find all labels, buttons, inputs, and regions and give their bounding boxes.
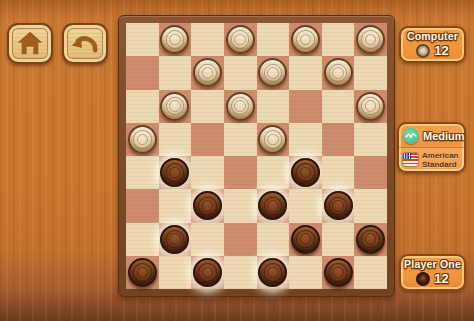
board-dark-square[interactable] xyxy=(126,256,159,289)
board-light-square xyxy=(159,189,192,222)
player-piece-count: 12 xyxy=(434,271,448,286)
checker-piece-light xyxy=(226,92,255,121)
game-settings-panel: Medium American Standard xyxy=(397,122,466,173)
board-dark-square[interactable] xyxy=(322,256,355,289)
board-light-square xyxy=(224,256,257,289)
computer-piece-count: 12 xyxy=(434,43,448,58)
board-light-square xyxy=(224,56,257,89)
checker-piece-dark[interactable] xyxy=(160,158,189,187)
green-pulse-icon xyxy=(403,128,419,144)
board-dark-square[interactable] xyxy=(354,23,387,56)
board-light-square xyxy=(322,23,355,56)
checker-piece-dark[interactable] xyxy=(193,258,222,287)
board-dark-square[interactable] xyxy=(191,56,224,89)
checker-piece-dark[interactable] xyxy=(160,225,189,254)
checker-piece-dark[interactable] xyxy=(291,158,320,187)
board-light-square xyxy=(289,189,322,222)
difficulty-setting[interactable]: Medium xyxy=(399,124,464,147)
board-dark-square[interactable] xyxy=(289,23,322,56)
board-dark-square[interactable] xyxy=(126,56,159,89)
ruleset-label: American Standard xyxy=(422,151,458,169)
checker-piece-dark[interactable] xyxy=(356,225,385,254)
board-light-square xyxy=(224,189,257,222)
board-light-square xyxy=(191,23,224,56)
board-dark-square[interactable] xyxy=(257,56,290,89)
checker-piece-dark[interactable] xyxy=(258,258,287,287)
checker-piece-light xyxy=(324,58,353,87)
checker-piece-light xyxy=(258,125,287,154)
board-dark-square[interactable] xyxy=(289,223,322,256)
checker-piece-dark[interactable] xyxy=(324,258,353,287)
player-name-label: Player One xyxy=(401,258,464,270)
board-dark-square[interactable] xyxy=(159,156,192,189)
checker-piece-light xyxy=(160,25,189,54)
checker-piece-dark[interactable] xyxy=(193,191,222,220)
board-light-square xyxy=(257,223,290,256)
board-light-square xyxy=(322,90,355,123)
board-dark-square[interactable] xyxy=(354,156,387,189)
board-light-square xyxy=(354,56,387,89)
player-score-panel: Player One 12 xyxy=(399,254,466,291)
board-dark-square[interactable] xyxy=(191,123,224,156)
checker-piece-light xyxy=(193,58,222,87)
board-light-square xyxy=(354,189,387,222)
board-dark-square[interactable] xyxy=(224,90,257,123)
checkers-board xyxy=(118,15,395,297)
board-light-square xyxy=(257,156,290,189)
board-light-square xyxy=(159,256,192,289)
board-light-square xyxy=(257,90,290,123)
checker-piece-light xyxy=(258,58,287,87)
board-light-square xyxy=(191,223,224,256)
checker-piece-dark[interactable] xyxy=(128,258,157,287)
ruleset-line1: American xyxy=(422,151,458,160)
board-light-square xyxy=(126,90,159,123)
board-light-square xyxy=(322,156,355,189)
board-dark-square[interactable] xyxy=(257,189,290,222)
home-button[interactable] xyxy=(7,23,53,64)
checker-piece-dark[interactable] xyxy=(324,191,353,220)
checker-piece-light xyxy=(128,125,157,154)
board-dark-square[interactable] xyxy=(289,156,322,189)
board-dark-square[interactable] xyxy=(322,56,355,89)
board-dark-square[interactable] xyxy=(191,256,224,289)
board-dark-square[interactable] xyxy=(322,189,355,222)
undo-button[interactable] xyxy=(62,23,108,64)
computer-score-panel: Computer 12 xyxy=(399,26,466,63)
board-light-square xyxy=(159,123,192,156)
board-dark-square[interactable] xyxy=(322,123,355,156)
checker-piece-light xyxy=(356,25,385,54)
dark-checker-icon xyxy=(416,272,430,286)
board-light-square xyxy=(159,56,192,89)
board-dark-square[interactable] xyxy=(224,23,257,56)
undo-arrow-icon xyxy=(69,30,101,58)
board-dark-square[interactable] xyxy=(159,223,192,256)
board-dark-square[interactable] xyxy=(257,256,290,289)
ruleset-line2: Standard xyxy=(422,160,457,169)
board-dark-square[interactable] xyxy=(224,156,257,189)
board-light-square xyxy=(257,23,290,56)
checker-piece-dark[interactable] xyxy=(291,225,320,254)
board-light-square xyxy=(289,256,322,289)
checker-piece-light xyxy=(291,25,320,54)
ruleset-setting[interactable]: American Standard xyxy=(399,147,464,171)
computer-name-label: Computer xyxy=(401,30,464,42)
board-dark-square[interactable] xyxy=(159,90,192,123)
board-light-square xyxy=(224,123,257,156)
us-flag-icon xyxy=(403,153,418,166)
board-grid xyxy=(126,23,387,289)
board-dark-square[interactable] xyxy=(289,90,322,123)
board-light-square xyxy=(191,90,224,123)
board-light-square xyxy=(289,56,322,89)
board-light-square xyxy=(126,156,159,189)
board-light-square xyxy=(126,223,159,256)
board-dark-square[interactable] xyxy=(354,90,387,123)
difficulty-label: Medium xyxy=(423,130,465,142)
board-dark-square[interactable] xyxy=(191,189,224,222)
checker-piece-light xyxy=(226,25,255,54)
board-light-square xyxy=(191,156,224,189)
home-icon xyxy=(15,30,45,57)
board-light-square xyxy=(354,123,387,156)
board-light-square xyxy=(354,256,387,289)
light-checker-icon xyxy=(416,44,430,58)
board-dark-square[interactable] xyxy=(257,123,290,156)
board-dark-square[interactable] xyxy=(159,23,192,56)
checker-piece-light xyxy=(356,92,385,121)
board-light-square xyxy=(126,23,159,56)
board-light-square xyxy=(289,123,322,156)
board-dark-square[interactable] xyxy=(126,189,159,222)
board-dark-square[interactable] xyxy=(224,223,257,256)
checker-piece-dark[interactable] xyxy=(258,191,287,220)
board-dark-square[interactable] xyxy=(354,223,387,256)
board-dark-square[interactable] xyxy=(126,123,159,156)
checkers-game-screen: Computer 12 Medium American Standard Pla… xyxy=(0,0,474,321)
board-light-square xyxy=(322,223,355,256)
checker-piece-light xyxy=(160,92,189,121)
